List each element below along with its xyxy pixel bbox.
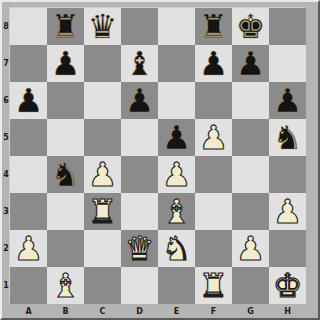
rank-label-5: 5 xyxy=(2,119,10,156)
black-pawn: ♟ xyxy=(195,45,232,82)
square-g7[interactable]: ♟ xyxy=(232,45,269,82)
square-f8[interactable]: ♜ xyxy=(195,8,232,45)
file-label-d: D xyxy=(121,305,158,318)
square-g8[interactable]: ♚ xyxy=(232,8,269,45)
square-c4[interactable]: ♟ xyxy=(84,156,121,193)
white-pawn: ♟ xyxy=(10,230,47,267)
square-h6[interactable]: ♟ xyxy=(269,82,306,119)
square-e8[interactable] xyxy=(158,8,195,45)
square-e4[interactable]: ♟ xyxy=(158,156,195,193)
square-c5[interactable] xyxy=(84,119,121,156)
square-b6[interactable] xyxy=(47,82,84,119)
square-f5[interactable]: ♟ xyxy=(195,119,232,156)
square-d7[interactable]: ♝ xyxy=(121,45,158,82)
black-pawn: ♟ xyxy=(121,82,158,119)
white-bishop: ♝ xyxy=(47,267,84,304)
square-a7[interactable] xyxy=(10,45,47,82)
square-d8[interactable] xyxy=(121,8,158,45)
white-queen: ♛ xyxy=(121,230,158,267)
square-e6[interactable] xyxy=(158,82,195,119)
file-label-b: B xyxy=(47,305,84,318)
square-e3[interactable]: ♝ xyxy=(158,193,195,230)
rank-coordinates: 87654321 xyxy=(2,8,10,304)
black-rook: ♜ xyxy=(47,8,84,45)
square-h5[interactable]: ♞ xyxy=(269,119,306,156)
square-f6[interactable] xyxy=(195,82,232,119)
square-b4[interactable]: ♞ xyxy=(47,156,84,193)
white-pawn: ♟ xyxy=(158,156,195,193)
white-pawn: ♟ xyxy=(195,119,232,156)
square-e2[interactable]: ♞ xyxy=(158,230,195,267)
square-b8[interactable]: ♜ xyxy=(47,8,84,45)
square-b7[interactable]: ♟ xyxy=(47,45,84,82)
black-king: ♚ xyxy=(232,8,269,45)
black-pawn: ♟ xyxy=(269,82,306,119)
black-knight: ♞ xyxy=(269,119,306,156)
square-b3[interactable] xyxy=(47,193,84,230)
file-label-a: A xyxy=(10,305,47,318)
square-g4[interactable] xyxy=(232,156,269,193)
file-label-h: H xyxy=(269,305,306,318)
square-b1[interactable]: ♝ xyxy=(47,267,84,304)
square-h3[interactable]: ♟ xyxy=(269,193,306,230)
square-b5[interactable] xyxy=(47,119,84,156)
square-f2[interactable] xyxy=(195,230,232,267)
white-bishop: ♝ xyxy=(158,193,195,230)
black-pawn: ♟ xyxy=(158,119,195,156)
file-label-g: G xyxy=(232,305,269,318)
white-rook: ♜ xyxy=(84,193,121,230)
square-g1[interactable] xyxy=(232,267,269,304)
white-pawn: ♟ xyxy=(269,193,306,230)
square-h4[interactable] xyxy=(269,156,306,193)
square-a8[interactable] xyxy=(10,8,47,45)
white-pawn: ♟ xyxy=(232,230,269,267)
square-h2[interactable] xyxy=(269,230,306,267)
square-h8[interactable] xyxy=(269,8,306,45)
square-f1[interactable]: ♜ xyxy=(195,267,232,304)
rank-label-6: 6 xyxy=(2,82,10,119)
square-d1[interactable] xyxy=(121,267,158,304)
square-g6[interactable] xyxy=(232,82,269,119)
square-d2[interactable]: ♛ xyxy=(121,230,158,267)
square-e5[interactable]: ♟ xyxy=(158,119,195,156)
white-king: ♚ xyxy=(269,267,306,304)
chess-board: ♜♛♜♚♟♝♟♟♟♟♟♟♟♞♞♟♟♜♝♟♟♛♞♟♝♜♚ xyxy=(10,8,306,304)
rank-label-7: 7 xyxy=(2,45,10,82)
black-pawn: ♟ xyxy=(232,45,269,82)
black-pawn: ♟ xyxy=(47,45,84,82)
white-rook: ♜ xyxy=(195,267,232,304)
square-c6[interactable] xyxy=(84,82,121,119)
rank-label-4: 4 xyxy=(2,156,10,193)
square-b2[interactable] xyxy=(47,230,84,267)
white-knight: ♞ xyxy=(158,230,195,267)
black-pawn: ♟ xyxy=(10,82,47,119)
black-queen: ♛ xyxy=(84,8,121,45)
square-d5[interactable] xyxy=(121,119,158,156)
black-rook: ♜ xyxy=(195,8,232,45)
square-g3[interactable] xyxy=(232,193,269,230)
file-label-c: C xyxy=(84,305,121,318)
square-d4[interactable] xyxy=(121,156,158,193)
square-a3[interactable] xyxy=(10,193,47,230)
rank-label-1: 1 xyxy=(2,267,10,304)
square-a5[interactable] xyxy=(10,119,47,156)
square-a2[interactable]: ♟ xyxy=(10,230,47,267)
rank-label-8: 8 xyxy=(2,8,10,45)
square-e1[interactable] xyxy=(158,267,195,304)
square-c1[interactable] xyxy=(84,267,121,304)
chess-diagram-frame: 87654321 ♜♛♜♚♟♝♟♟♟♟♟♟♟♞♞♟♟♜♝♟♟♛♞♟♝♜♚ ABC… xyxy=(0,0,320,320)
square-c3[interactable]: ♜ xyxy=(84,193,121,230)
rank-label-3: 3 xyxy=(2,193,10,230)
file-label-e: E xyxy=(158,305,195,318)
square-c2[interactable] xyxy=(84,230,121,267)
white-pawn: ♟ xyxy=(84,156,121,193)
square-a6[interactable]: ♟ xyxy=(10,82,47,119)
square-d6[interactable]: ♟ xyxy=(121,82,158,119)
square-f3[interactable] xyxy=(195,193,232,230)
black-bishop: ♝ xyxy=(121,45,158,82)
square-h7[interactable] xyxy=(269,45,306,82)
file-label-f: F xyxy=(195,305,232,318)
square-c8[interactable]: ♛ xyxy=(84,8,121,45)
square-f4[interactable] xyxy=(195,156,232,193)
square-a4[interactable] xyxy=(10,156,47,193)
rank-label-2: 2 xyxy=(2,230,10,267)
square-e7[interactable] xyxy=(158,45,195,82)
black-knight: ♞ xyxy=(47,156,84,193)
square-h1[interactable]: ♚ xyxy=(269,267,306,304)
square-c7[interactable] xyxy=(84,45,121,82)
square-g2[interactable]: ♟ xyxy=(232,230,269,267)
square-d3[interactable] xyxy=(121,193,158,230)
file-coordinates: ABCDEFGH xyxy=(10,305,306,318)
square-f7[interactable]: ♟ xyxy=(195,45,232,82)
square-a1[interactable] xyxy=(10,267,47,304)
square-g5[interactable] xyxy=(232,119,269,156)
